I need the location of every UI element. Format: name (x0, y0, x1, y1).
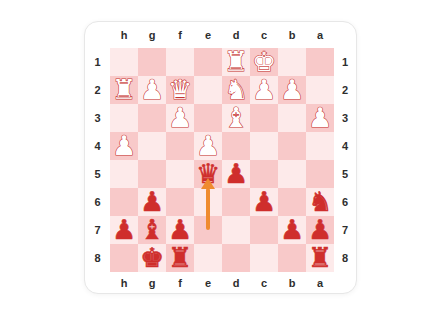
square-d4[interactable] (222, 132, 250, 160)
square-b2[interactable]: ♟ (278, 76, 306, 104)
piece-bP-g6: ♟ (140, 188, 164, 216)
square-h8[interactable] (110, 244, 138, 272)
rank-label-7: 7 (85, 216, 110, 244)
square-d1[interactable]: ♜ (222, 48, 250, 76)
square-d3[interactable]: ♝ (222, 104, 250, 132)
file-label-g: g (138, 29, 166, 41)
square-b8[interactable] (278, 244, 306, 272)
piece-bR-f8: ♜ (168, 244, 192, 272)
square-b4[interactable] (278, 132, 306, 160)
last-move-arrow-shaft (206, 188, 210, 230)
piece-wR-d1: ♜ (224, 48, 248, 76)
piece-bP-h7: ♟ (112, 216, 136, 244)
piece-bK-g8: ♚ (140, 244, 164, 272)
file-label-f: f (166, 277, 194, 289)
square-g1[interactable] (138, 48, 166, 76)
rank-label-1: 1 (85, 48, 110, 76)
rank-labels-right: 12345678 (334, 48, 356, 272)
rank-label-4: 4 (85, 132, 110, 160)
rank-label-2: 2 (334, 76, 356, 104)
file-label-c: c (250, 277, 278, 289)
piece-bP-d5: ♟ (224, 160, 248, 188)
square-b1[interactable] (278, 48, 306, 76)
square-h6[interactable] (110, 188, 138, 216)
file-label-a: a (306, 29, 334, 41)
square-g8[interactable]: ♚ (138, 244, 166, 272)
rank-label-3: 3 (85, 104, 110, 132)
square-e8[interactable] (194, 244, 222, 272)
rank-label-5: 5 (85, 160, 110, 188)
piece-bR-a8: ♜ (308, 244, 332, 272)
rank-label-2: 2 (85, 76, 110, 104)
square-h1[interactable] (110, 48, 138, 76)
rank-label-6: 6 (85, 188, 110, 216)
square-c5[interactable] (250, 160, 278, 188)
square-e2[interactable] (194, 76, 222, 104)
square-d6[interactable] (222, 188, 250, 216)
file-label-b: b (278, 277, 306, 289)
file-label-e: e (194, 29, 222, 41)
piece-wP-b2: ♟ (280, 76, 304, 104)
piece-wP-h4: ♟ (112, 132, 136, 160)
square-d8[interactable] (222, 244, 250, 272)
file-label-g: g (138, 277, 166, 289)
square-a2[interactable] (306, 76, 334, 104)
file-label-a: a (306, 277, 334, 289)
board-area: ♜♚♜♟♛♞♟♟♟♝♟♟♟♛♟♟♟♞♟♝♟♟♟♚♜♜ (110, 48, 334, 272)
piece-wP-a3: ♟ (308, 104, 332, 132)
piece-bP-c6: ♟ (252, 188, 276, 216)
corner-top-right (334, 22, 356, 48)
rank-label-6: 6 (334, 188, 356, 216)
square-c1[interactable]: ♚ (250, 48, 278, 76)
square-d2[interactable]: ♞ (222, 76, 250, 104)
square-e4[interactable]: ♟ (194, 132, 222, 160)
rank-label-3: 3 (334, 104, 356, 132)
square-f6[interactable] (166, 188, 194, 216)
rank-label-8: 8 (85, 244, 110, 272)
square-h2[interactable]: ♜ (110, 76, 138, 104)
square-f4[interactable] (166, 132, 194, 160)
square-h4[interactable]: ♟ (110, 132, 138, 160)
corner-bottom-right (334, 272, 356, 293)
square-g6[interactable]: ♟ (138, 188, 166, 216)
square-g5[interactable] (138, 160, 166, 188)
rank-label-1: 1 (334, 48, 356, 76)
file-label-b: b (278, 29, 306, 41)
rank-label-8: 8 (334, 244, 356, 272)
file-label-c: c (250, 29, 278, 41)
square-f7[interactable]: ♟ (166, 216, 194, 244)
square-c4[interactable] (250, 132, 278, 160)
square-b3[interactable] (278, 104, 306, 132)
piece-wP-g2: ♟ (140, 76, 164, 104)
piece-bN-a6: ♞ (308, 188, 332, 216)
rank-labels-left: 12345678 (85, 48, 110, 272)
piece-wN-d2: ♞ (224, 76, 248, 104)
square-h7[interactable]: ♟ (110, 216, 138, 244)
square-h5[interactable] (110, 160, 138, 188)
square-a8[interactable]: ♜ (306, 244, 334, 272)
piece-bP-b7: ♟ (280, 216, 304, 244)
square-a1[interactable] (306, 48, 334, 76)
piece-wP-e4: ♟ (196, 132, 220, 160)
piece-wQ-f2: ♛ (168, 76, 192, 104)
corner-top-left (85, 22, 110, 48)
square-e1[interactable] (194, 48, 222, 76)
square-c8[interactable] (250, 244, 278, 272)
square-f8[interactable]: ♜ (166, 244, 194, 272)
piece-bP-a7: ♟ (308, 216, 332, 244)
square-c3[interactable] (250, 104, 278, 132)
square-g2[interactable]: ♟ (138, 76, 166, 104)
piece-wP-c2: ♟ (252, 76, 276, 104)
piece-wR-h2: ♜ (112, 76, 136, 104)
file-labels-top: hgfedcba (110, 22, 334, 48)
square-c6[interactable]: ♟ (250, 188, 278, 216)
file-label-d: d (222, 277, 250, 289)
square-g4[interactable] (138, 132, 166, 160)
square-g3[interactable] (138, 104, 166, 132)
square-a6[interactable]: ♞ (306, 188, 334, 216)
square-c7[interactable] (250, 216, 278, 244)
square-a5[interactable] (306, 160, 334, 188)
square-g7[interactable]: ♝ (138, 216, 166, 244)
chess-board-card: hgfedcba 12345678 ♜♚♜♟♛♞♟♟♟♝♟♟♟♛♟♟♟♞♟♝♟♟… (84, 21, 357, 294)
piece-wP-f3: ♟ (168, 104, 192, 132)
square-f3[interactable]: ♟ (166, 104, 194, 132)
square-f1[interactable] (166, 48, 194, 76)
square-a7[interactable]: ♟ (306, 216, 334, 244)
square-a4[interactable] (306, 132, 334, 160)
square-f2[interactable]: ♛ (166, 76, 194, 104)
corner-bottom-left (85, 272, 110, 293)
square-d7[interactable] (222, 216, 250, 244)
piece-bB-g7: ♝ (140, 216, 164, 244)
rank-label-4: 4 (334, 132, 356, 160)
square-b5[interactable] (278, 160, 306, 188)
square-a3[interactable]: ♟ (306, 104, 334, 132)
square-e3[interactable] (194, 104, 222, 132)
square-b7[interactable]: ♟ (278, 216, 306, 244)
rank-label-7: 7 (334, 216, 356, 244)
piece-bP-f7: ♟ (168, 216, 192, 244)
piece-wK-c1: ♚ (252, 48, 276, 76)
square-c2[interactable]: ♟ (250, 76, 278, 104)
file-label-f: f (166, 29, 194, 41)
rank-label-5: 5 (334, 160, 356, 188)
square-b6[interactable] (278, 188, 306, 216)
file-labels-bottom: hgfedcba (110, 272, 334, 293)
square-f5[interactable] (166, 160, 194, 188)
file-label-e: e (194, 277, 222, 289)
file-label-d: d (222, 29, 250, 41)
square-d5[interactable]: ♟ (222, 160, 250, 188)
piece-wB-d3: ♝ (224, 104, 248, 132)
file-label-h: h (110, 29, 138, 41)
board: ♜♚♜♟♛♞♟♟♟♝♟♟♟♛♟♟♟♞♟♝♟♟♟♚♜♜ (110, 48, 334, 272)
file-label-h: h (110, 277, 138, 289)
square-h3[interactable] (110, 104, 138, 132)
